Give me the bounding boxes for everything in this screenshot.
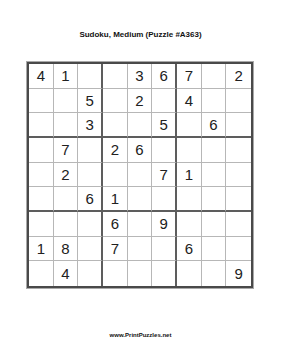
cell-r4c2[interactable]: 7 [54,138,79,163]
puzzle-page: Sudoku, Medium (Puzzle #A363) 4136725243… [0,0,281,363]
cell-r2c6[interactable] [152,89,177,114]
cell-r2c7[interactable]: 4 [177,89,202,114]
cell-r9c2[interactable]: 4 [54,261,79,286]
cell-r1c6[interactable]: 6 [152,64,177,89]
cell-r5c4[interactable] [103,163,128,188]
cell-r5c3[interactable] [78,163,103,188]
cell-r3c2[interactable] [54,113,79,138]
cell-r7c6[interactable]: 9 [152,212,177,237]
cell-r6c8[interactable] [202,187,227,212]
cell-r6c9[interactable] [226,187,251,212]
cell-r1c4[interactable] [103,64,128,89]
cell-r9c6[interactable] [152,261,177,286]
cell-r8c8[interactable] [202,237,227,262]
cell-r1c7[interactable]: 7 [177,64,202,89]
cell-r7c2[interactable] [54,212,79,237]
cell-r8c3[interactable] [78,237,103,262]
cell-r2c4[interactable] [103,89,128,114]
cell-r8c5[interactable] [128,237,153,262]
cell-r7c5[interactable] [128,212,153,237]
cell-r4c4[interactable]: 2 [103,138,128,163]
cell-r2c5[interactable]: 2 [128,89,153,114]
cell-r9c4[interactable] [103,261,128,286]
cell-r5c7[interactable]: 1 [177,163,202,188]
cell-r9c1[interactable] [29,261,54,286]
cell-r6c7[interactable] [177,187,202,212]
cell-r5c2[interactable]: 2 [54,163,79,188]
cell-r2c9[interactable] [226,89,251,114]
cell-r6c2[interactable] [54,187,79,212]
cell-r3c3[interactable]: 3 [78,113,103,138]
cell-r5c1[interactable] [29,163,54,188]
cell-r4c1[interactable] [29,138,54,163]
cell-r3c7[interactable] [177,113,202,138]
cell-r1c9[interactable]: 2 [226,64,251,89]
cell-r3c1[interactable] [29,113,54,138]
cell-r9c5[interactable] [128,261,153,286]
cell-r8c6[interactable] [152,237,177,262]
cell-r1c5[interactable]: 3 [128,64,153,89]
cell-r3c9[interactable] [226,113,251,138]
cell-r2c3[interactable]: 5 [78,89,103,114]
cell-r8c2[interactable]: 8 [54,237,79,262]
cell-r4c3[interactable] [78,138,103,163]
page-title: Sudoku, Medium (Puzzle #A363) [0,30,281,39]
cell-r3c5[interactable] [128,113,153,138]
cell-r6c1[interactable] [29,187,54,212]
cell-r2c2[interactable] [54,89,79,114]
cell-r5c9[interactable] [226,163,251,188]
cell-r2c8[interactable] [202,89,227,114]
cell-r5c5[interactable] [128,163,153,188]
cell-r4c5[interactable]: 6 [128,138,153,163]
cell-r8c7[interactable]: 6 [177,237,202,262]
cell-r4c6[interactable] [152,138,177,163]
cell-r6c4[interactable]: 1 [103,187,128,212]
cell-r4c7[interactable] [177,138,202,163]
cell-r9c3[interactable] [78,261,103,286]
cell-r4c9[interactable] [226,138,251,163]
cell-r1c8[interactable] [202,64,227,89]
cell-r4c8[interactable] [202,138,227,163]
cell-r9c8[interactable] [202,261,227,286]
cell-r3c6[interactable]: 5 [152,113,177,138]
cell-r8c4[interactable]: 7 [103,237,128,262]
cell-r3c8[interactable]: 6 [202,113,227,138]
cell-r2c1[interactable] [29,89,54,114]
cell-r7c8[interactable] [202,212,227,237]
cell-r7c4[interactable]: 6 [103,212,128,237]
cell-r8c1[interactable]: 1 [29,237,54,262]
cell-r6c5[interactable] [128,187,153,212]
sudoku-grid: 4136725243567262716169187649 [27,62,253,288]
cell-r5c6[interactable]: 7 [152,163,177,188]
cell-r7c7[interactable] [177,212,202,237]
cell-r1c1[interactable]: 4 [29,64,54,89]
cell-r9c7[interactable] [177,261,202,286]
cell-r9c9[interactable]: 9 [226,261,251,286]
cell-r8c9[interactable] [226,237,251,262]
cell-r1c2[interactable]: 1 [54,64,79,89]
cell-r6c6[interactable] [152,187,177,212]
cell-r3c4[interactable] [103,113,128,138]
cell-r7c3[interactable] [78,212,103,237]
cell-r5c8[interactable] [202,163,227,188]
cell-r6c3[interactable]: 6 [78,187,103,212]
cell-r7c1[interactable] [29,212,54,237]
cell-r1c3[interactable] [78,64,103,89]
cell-r7c9[interactable] [226,212,251,237]
footer-url: www.PrintPuzzles.net [0,332,281,338]
